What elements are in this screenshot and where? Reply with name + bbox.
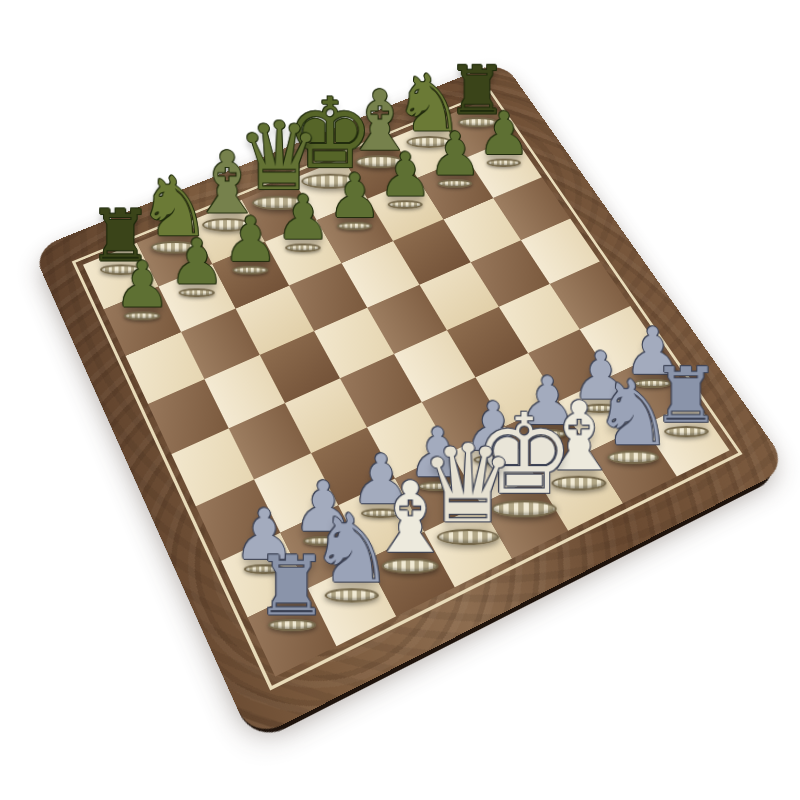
square-a1[interactable]: ♜ (248, 588, 337, 676)
pawn-glyph: ♟ (223, 212, 279, 269)
rook-glyph: ♜ (255, 548, 329, 624)
pawn-glyph: ♟ (428, 127, 481, 182)
board-frame: ♜♞♝♛♚♝♞♜♟♟♟♟♟♟♟♟♟♟♟♟♟♟♟♟♜♞♝♛♚♝♞♜ (32, 60, 789, 740)
square-a7[interactable]: ♟ (104, 286, 181, 355)
piece-green-pawn-e7[interactable]: ♟ (327, 169, 381, 231)
square-b6[interactable] (181, 309, 260, 380)
pawn-glyph: ♟ (477, 107, 530, 161)
piece-green-pawn-d7[interactable]: ♟ (276, 190, 331, 253)
piece-green-pawn-b7[interactable]: ♟ (169, 234, 225, 298)
square-d5[interactable] (314, 308, 394, 379)
piece-green-pawn-h7[interactable]: ♟ (477, 107, 530, 167)
pawn-glyph: ♟ (378, 148, 432, 203)
piece-green-pawn-f7[interactable]: ♟ (378, 148, 432, 209)
piece-green-pawn-g7[interactable]: ♟ (428, 127, 481, 188)
piece-white-rook-a1[interactable]: ♜ (255, 548, 329, 632)
pawn-glyph: ♟ (327, 169, 381, 225)
board-field: ♜♞♝♛♚♝♞♜♟♟♟♟♟♟♟♟♟♟♟♟♟♟♟♟♜♞♝♛♚♝♞♜ (83, 99, 730, 677)
photo-scene: ♜♞♝♛♚♝♞♜♟♟♟♟♟♟♟♟♟♟♟♟♟♟♟♟♜♞♝♛♚♝♞♜ (0, 0, 800, 800)
piece-green-pawn-a7[interactable]: ♟ (114, 256, 171, 320)
pawn-glyph: ♟ (276, 190, 331, 246)
board-inlay-line: ♜♞♝♛♚♝♞♜♟♟♟♟♟♟♟♟♟♟♟♟♟♟♟♟♜♞♝♛♚♝♞♜ (72, 90, 743, 690)
pawn-glyph: ♟ (169, 234, 225, 292)
pawn-glyph: ♟ (114, 256, 171, 314)
chessboard: ♜♞♝♛♚♝♞♜♟♟♟♟♟♟♟♟♟♟♟♟♟♟♟♟♜♞♝♛♚♝♞♜ (32, 60, 789, 740)
piece-base (324, 588, 379, 602)
piece-green-pawn-c7[interactable]: ♟ (223, 212, 279, 275)
square-a6[interactable] (125, 332, 204, 404)
